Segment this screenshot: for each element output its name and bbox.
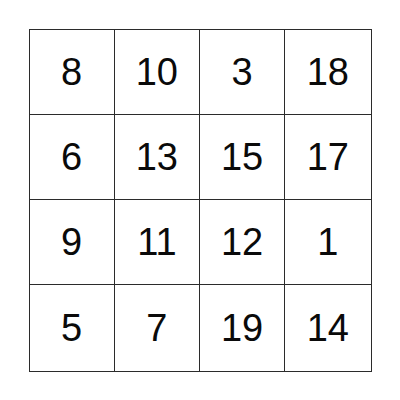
number-grid-board: 8 10 3 18 6 13 15 17 9 11 12 1 5 7 19 14 (29, 29, 372, 372)
cell-r3c1[interactable]: 9 (30, 200, 115, 285)
cell-r2c3[interactable]: 15 (200, 115, 285, 200)
cell-r1c1[interactable]: 8 (30, 30, 115, 115)
cell-r1c3[interactable]: 3 (200, 30, 285, 115)
cell-r4c4[interactable]: 14 (285, 285, 370, 370)
cell-r1c2[interactable]: 10 (115, 30, 200, 115)
cell-r3c3[interactable]: 12 (200, 200, 285, 285)
cell-r1c4[interactable]: 18 (285, 30, 370, 115)
cell-r4c1[interactable]: 5 (30, 285, 115, 370)
cell-r2c1[interactable]: 6 (30, 115, 115, 200)
cell-r4c2[interactable]: 7 (115, 285, 200, 370)
cell-r3c2[interactable]: 11 (115, 200, 200, 285)
cell-r2c4[interactable]: 17 (285, 115, 370, 200)
cell-r4c3[interactable]: 19 (200, 285, 285, 370)
cell-r3c4[interactable]: 1 (285, 200, 370, 285)
cell-r2c2[interactable]: 13 (115, 115, 200, 200)
